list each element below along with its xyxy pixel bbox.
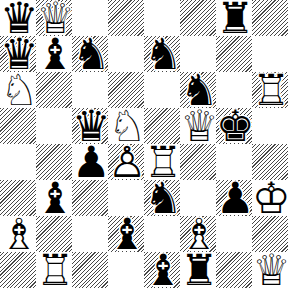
black-knight-icon: ♞	[144, 36, 180, 72]
black-rook-icon: ♜	[180, 252, 216, 288]
piece-black-bishop[interactable]: ♝♝	[36, 180, 72, 216]
square-e1[interactable]: ♝♝	[144, 252, 180, 288]
black-pawn-icon: ♟	[216, 180, 252, 216]
white-queen-icon: ♕	[252, 252, 288, 288]
square-b3[interactable]: ♝♝	[36, 180, 72, 216]
piece-white-queen[interactable]: ♛♕	[252, 252, 288, 288]
piece-black-knight[interactable]: ♞♞	[144, 36, 180, 72]
black-knight-icon: ♞	[72, 36, 108, 72]
square-h1[interactable]: ♛♕	[252, 252, 288, 288]
black-bishop-icon: ♝	[36, 36, 72, 72]
black-knight-icon: ♞	[144, 180, 180, 216]
piece-black-knight[interactable]: ♞♞	[72, 36, 108, 72]
square-c7[interactable]: ♞♞	[72, 36, 108, 72]
square-d8[interactable]	[108, 0, 144, 36]
square-g8[interactable]: ♜♜	[216, 0, 252, 36]
square-f1[interactable]: ♜♜	[180, 252, 216, 288]
square-b5[interactable]	[36, 108, 72, 144]
white-queen-icon: ♕	[180, 108, 216, 144]
piece-white-rook[interactable]: ♜♖	[252, 72, 288, 108]
square-d7[interactable]	[108, 36, 144, 72]
piece-black-bishop[interactable]: ♝♝	[108, 216, 144, 252]
square-h3[interactable]: ♚♔	[252, 180, 288, 216]
square-b1[interactable]: ♜♖	[36, 252, 72, 288]
square-d4[interactable]: ♟♙	[108, 144, 144, 180]
square-g3[interactable]: ♟♟	[216, 180, 252, 216]
square-c4[interactable]: ♟♟	[72, 144, 108, 180]
square-c1[interactable]	[72, 252, 108, 288]
white-rook-icon: ♖	[252, 72, 288, 108]
square-c2[interactable]	[72, 216, 108, 252]
white-bishop-icon: ♗	[0, 216, 36, 252]
black-bishop-icon: ♝	[144, 252, 180, 288]
square-f8[interactable]	[180, 0, 216, 36]
white-king-icon: ♔	[252, 180, 288, 216]
square-e3[interactable]: ♞♞	[144, 180, 180, 216]
square-h6[interactable]: ♜♖	[252, 72, 288, 108]
piece-white-rook[interactable]: ♜♖	[36, 252, 72, 288]
piece-black-pawn[interactable]: ♟♟	[72, 144, 108, 180]
piece-white-knight[interactable]: ♞♘	[0, 72, 36, 108]
piece-black-pawn[interactable]: ♟♟	[216, 180, 252, 216]
black-rook-icon: ♜	[216, 0, 252, 36]
piece-black-king[interactable]: ♚♚	[216, 108, 252, 144]
black-bishop-icon: ♝	[36, 180, 72, 216]
square-f5[interactable]: ♛♕	[180, 108, 216, 144]
square-a6[interactable]: ♞♘	[0, 72, 36, 108]
black-pawn-icon: ♟	[72, 144, 108, 180]
square-b7[interactable]: ♝♝	[36, 36, 72, 72]
square-a2[interactable]: ♝♗	[0, 216, 36, 252]
black-king-icon: ♚	[216, 108, 252, 144]
square-g1[interactable]	[216, 252, 252, 288]
piece-white-king[interactable]: ♚♔	[252, 180, 288, 216]
square-a4[interactable]	[0, 144, 36, 180]
square-g5[interactable]: ♚♚	[216, 108, 252, 144]
black-bishop-icon: ♝	[108, 216, 144, 252]
piece-white-queen[interactable]: ♛♕	[180, 108, 216, 144]
piece-black-rook[interactable]: ♜♜	[216, 0, 252, 36]
piece-black-knight[interactable]: ♞♞	[144, 180, 180, 216]
square-e7[interactable]: ♞♞	[144, 36, 180, 72]
piece-black-bishop[interactable]: ♝♝	[36, 36, 72, 72]
white-knight-icon: ♘	[0, 72, 36, 108]
chessboard: ♛♛♛♕♜♜♛♛♝♝♞♞♞♞♞♘♞♞♜♖♛♛♞♘♛♕♚♚♟♟♟♙♜♖♝♝♞♞♟♟…	[0, 0, 288, 288]
piece-black-rook[interactable]: ♜♜	[180, 252, 216, 288]
piece-white-pawn[interactable]: ♟♙	[108, 144, 144, 180]
white-rook-icon: ♖	[36, 252, 72, 288]
piece-white-bishop[interactable]: ♝♗	[0, 216, 36, 252]
piece-black-bishop[interactable]: ♝♝	[144, 252, 180, 288]
white-pawn-icon: ♙	[108, 144, 144, 180]
square-d2[interactable]: ♝♝	[108, 216, 144, 252]
square-h8[interactable]	[252, 0, 288, 36]
